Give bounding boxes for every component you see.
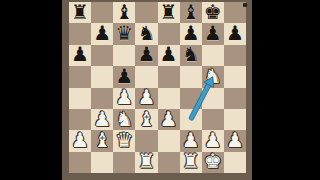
square-g1[interactable]: ♚: [202, 152, 224, 173]
square-c2[interactable]: ♛: [113, 130, 135, 151]
square-b5[interactable]: [91, 66, 113, 87]
square-e8[interactable]: ♜: [158, 2, 180, 23]
square-f1[interactable]: ♜: [180, 152, 202, 173]
square-b1[interactable]: [91, 152, 113, 173]
piece-white-bishop[interactable]: ♝: [137, 109, 155, 129]
piece-black-pawn[interactable]: ♟: [182, 23, 200, 43]
piece-black-pawn[interactable]: ♟: [160, 44, 178, 64]
piece-black-bishop[interactable]: ♝: [182, 2, 200, 22]
piece-white-bishop[interactable]: ♝: [93, 130, 111, 150]
piece-white-rook[interactable]: ♜: [182, 151, 200, 171]
square-c1[interactable]: [113, 152, 135, 173]
square-a5[interactable]: [69, 66, 91, 87]
piece-white-king[interactable]: ♚: [204, 151, 222, 171]
square-e5[interactable]: [158, 66, 180, 87]
square-f6[interactable]: ♞: [180, 45, 202, 66]
piece-white-pawn[interactable]: ♟: [226, 130, 244, 150]
square-a2[interactable]: ♟: [69, 130, 91, 151]
square-f4[interactable]: [180, 88, 202, 109]
piece-black-bishop[interactable]: ♝: [115, 2, 133, 22]
square-f5[interactable]: [180, 66, 202, 87]
square-h6[interactable]: [224, 45, 246, 66]
square-h2[interactable]: ♟: [224, 130, 246, 151]
piece-black-pawn[interactable]: ♟: [115, 66, 133, 86]
square-a1[interactable]: [69, 152, 91, 173]
piece-black-pawn[interactable]: ♟: [137, 44, 155, 64]
square-e6[interactable]: ♟: [158, 45, 180, 66]
piece-white-queen[interactable]: ♛: [115, 130, 133, 150]
piece-white-pawn[interactable]: ♟: [204, 130, 222, 150]
board-squares: ♜♝♜♝♚♟♛♞♟♟♟♟♟♟♞♟♞♟♟♟♞♝♟♟♝♛♟♟♟♜♜♚: [69, 2, 246, 173]
square-d6[interactable]: ♟: [135, 45, 157, 66]
piece-black-knight[interactable]: ♞: [182, 44, 200, 64]
piece-white-pawn[interactable]: ♟: [182, 130, 200, 150]
piece-white-pawn[interactable]: ♟: [115, 87, 133, 107]
square-d1[interactable]: ♜: [135, 152, 157, 173]
chess-board: ♜♝♜♝♚♟♛♞♟♟♟♟♟♟♞♟♞♟♟♟♞♝♟♟♝♛♟♟♟♜♜♚: [62, 0, 252, 180]
piece-white-pawn[interactable]: ♟: [71, 130, 89, 150]
piece-black-pawn[interactable]: ♟: [204, 23, 222, 43]
square-a4[interactable]: [69, 88, 91, 109]
square-e1[interactable]: [158, 152, 180, 173]
square-e3[interactable]: ♟: [158, 109, 180, 130]
piece-white-pawn[interactable]: ♟: [160, 109, 178, 129]
square-a8[interactable]: ♜: [69, 2, 91, 23]
piece-black-pawn[interactable]: ♟: [93, 23, 111, 43]
square-h7[interactable]: ♟: [224, 23, 246, 44]
border-mark-icon: [243, 3, 247, 7]
square-g5[interactable]: ♞: [202, 66, 224, 87]
piece-black-king[interactable]: ♚: [204, 2, 222, 22]
square-c7[interactable]: ♛: [113, 23, 135, 44]
square-h5[interactable]: [224, 66, 246, 87]
square-d3[interactable]: ♝: [135, 109, 157, 130]
square-b2[interactable]: ♝: [91, 130, 113, 151]
piece-white-pawn[interactable]: ♟: [93, 109, 111, 129]
square-e2[interactable]: [158, 130, 180, 151]
piece-black-pawn[interactable]: ♟: [71, 44, 89, 64]
piece-white-pawn[interactable]: ♟: [137, 87, 155, 107]
square-b7[interactable]: ♟: [91, 23, 113, 44]
piece-black-rook[interactable]: ♜: [160, 2, 178, 22]
piece-white-knight[interactable]: ♞: [115, 109, 133, 129]
video-frame: ♜♝♜♝♚♟♛♞♟♟♟♟♟♟♞♟♞♟♟♟♞♝♟♟♝♛♟♟♟♜♜♚: [0, 0, 320, 180]
square-h1[interactable]: [224, 152, 246, 173]
piece-black-knight[interactable]: ♞: [137, 23, 155, 43]
piece-black-rook[interactable]: ♜: [71, 2, 89, 22]
piece-black-pawn[interactable]: ♟: [226, 23, 244, 43]
piece-white-knight[interactable]: ♞: [204, 66, 222, 86]
square-g7[interactable]: ♟: [202, 23, 224, 44]
square-h4[interactable]: [224, 88, 246, 109]
piece-white-rook[interactable]: ♜: [137, 151, 155, 171]
square-b6[interactable]: [91, 45, 113, 66]
square-a6[interactable]: ♟: [69, 45, 91, 66]
piece-black-queen[interactable]: ♛: [115, 23, 133, 43]
square-g4[interactable]: [202, 88, 224, 109]
